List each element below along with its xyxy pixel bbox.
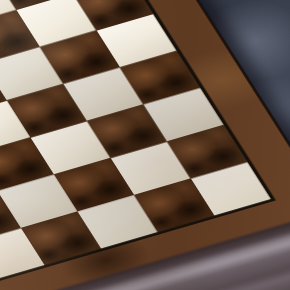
chessboard-photo-scene <box>0 0 290 290</box>
